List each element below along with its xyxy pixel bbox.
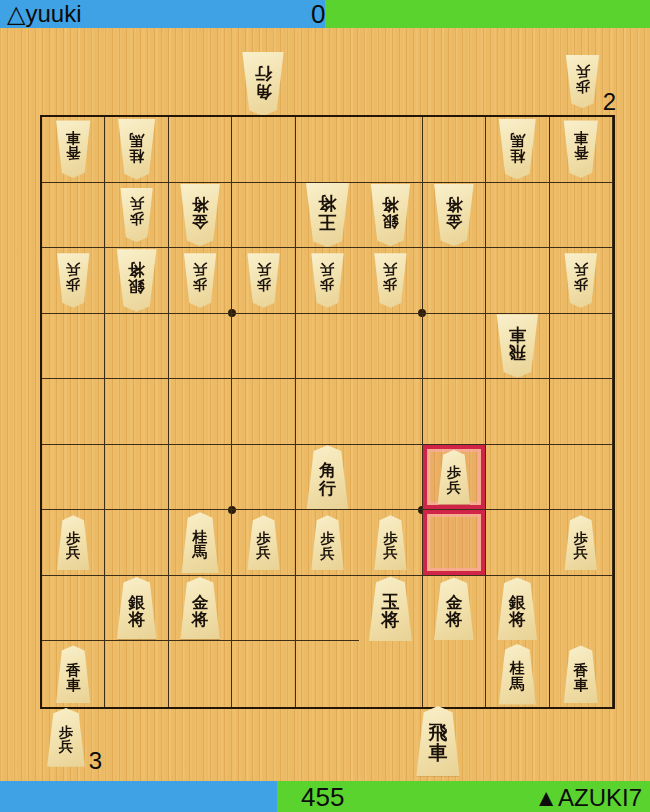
piece-kanji: 銀将 (382, 195, 399, 230)
piece-kanji: 桂馬 (510, 131, 525, 163)
square-2a[interactable]: 桂馬 (486, 117, 549, 183)
gote-king-piece[interactable]: 王将 (303, 183, 351, 248)
gote-pawn-piece[interactable]: 歩兵 (372, 253, 408, 308)
gote-pawn-piece[interactable]: 歩兵 (309, 253, 345, 308)
gote-pawn-piece[interactable]: 歩兵 (182, 253, 218, 308)
sente-rook-piece[interactable]: 飛車 (414, 706, 462, 776)
square-1b[interactable] (550, 183, 613, 249)
square-6h[interactable] (232, 576, 295, 642)
gote-bishop-piece[interactable]: 角行 (240, 52, 286, 116)
square-2f[interactable] (486, 445, 549, 511)
square-1f[interactable] (550, 445, 613, 511)
sente-info-bar: 455 ▲AZUKI7 (0, 781, 650, 812)
piece-kanji: 金将 (446, 195, 463, 230)
square-9h[interactable] (42, 576, 105, 642)
square-5h[interactable] (296, 576, 359, 642)
square-8i[interactable] (105, 641, 168, 707)
gote-pawn-piece[interactable]: 歩兵 (55, 253, 91, 308)
square-1h[interactable] (550, 576, 613, 642)
shogi-app: △yuuki 0 角行 歩兵2 香車桂馬桂馬香車歩兵金将王将銀将金将歩兵銀将歩兵… (0, 0, 650, 812)
square-4h[interactable]: 玉将 (359, 576, 422, 642)
piece-kanji: 歩兵 (320, 531, 334, 560)
gote-gold-piece[interactable]: 金将 (432, 184, 476, 247)
piece-kanji: 歩兵 (66, 263, 80, 292)
square-5c[interactable]: 歩兵 (296, 248, 359, 314)
piece-kanji: 飛車 (509, 325, 526, 361)
gote-silver-piece[interactable]: 銀将 (115, 249, 159, 312)
piece-kanji: 金将 (446, 594, 463, 629)
sente-silver-piece[interactable]: 銀将 (115, 577, 159, 640)
piece-kanji: 歩兵 (447, 465, 461, 494)
piece-kanji: 歩兵 (257, 263, 271, 292)
square-5g[interactable]: 歩兵 (296, 510, 359, 576)
square-4d[interactable] (359, 314, 422, 380)
gote-lance-piece[interactable]: 香車 (54, 120, 92, 178)
square-4e[interactable] (359, 379, 422, 445)
square-6i[interactable] (232, 641, 295, 707)
square-5d[interactable] (296, 314, 359, 380)
square-1i[interactable]: 香車 (550, 641, 613, 707)
square-7a[interactable] (169, 117, 232, 183)
square-3i[interactable] (423, 641, 486, 707)
piece-kanji: 飛車 (429, 723, 448, 763)
square-4a[interactable] (359, 117, 422, 183)
sente-hand-pawn[interactable]: 歩兵3 (45, 708, 87, 767)
square-7i[interactable] (169, 641, 232, 707)
sente-bishop-piece[interactable]: 角行 (304, 445, 350, 509)
gote-rook-piece[interactable]: 飛車 (494, 314, 540, 378)
square-9a[interactable]: 香車 (42, 117, 105, 183)
sente-pawn-piece[interactable]: 歩兵 (309, 515, 345, 570)
square-8h[interactable]: 銀将 (105, 576, 168, 642)
sente-lance-piece[interactable]: 香車 (54, 645, 92, 703)
gote-pawn-piece[interactable]: 歩兵 (246, 253, 282, 308)
piece-kanji: 歩兵 (66, 531, 80, 560)
piece-kanji: 銀将 (128, 594, 145, 629)
piece-kanji: 金将 (192, 594, 209, 629)
piece-kanji: 角行 (319, 462, 336, 498)
sente-pawn-piece[interactable]: 歩兵 (45, 708, 87, 767)
gote-pawn-piece[interactable]: 歩兵 (119, 188, 155, 243)
gote-timer: 0 (311, 0, 325, 28)
piece-kanji: 歩兵 (130, 197, 144, 226)
square-1c[interactable]: 歩兵 (550, 248, 613, 314)
sente-hand-rook[interactable]: 飛車 (414, 706, 462, 776)
square-8d[interactable] (105, 314, 168, 380)
piece-kanji: 桂馬 (193, 530, 208, 562)
square-6b[interactable] (232, 183, 295, 249)
sente-player-name: ▲AZUKI7 (534, 782, 642, 812)
gote-hand-pawn-count: 2 (603, 88, 616, 116)
square-3d[interactable] (423, 314, 486, 380)
sente-knight-piece[interactable]: 桂馬 (497, 644, 538, 705)
square-4b[interactable]: 銀将 (359, 183, 422, 249)
sente-pawn-piece[interactable]: 歩兵 (436, 450, 472, 505)
square-9f[interactable] (42, 445, 105, 511)
square-6g[interactable]: 歩兵 (232, 510, 295, 576)
piece-kanji: 金将 (192, 195, 209, 230)
gote-knight-piece[interactable]: 桂馬 (116, 119, 157, 180)
square-4f[interactable] (359, 445, 422, 511)
piece-kanji: 歩兵 (257, 531, 271, 560)
sente-knight-piece[interactable]: 桂馬 (180, 512, 221, 573)
square-8a[interactable]: 桂馬 (105, 117, 168, 183)
sente-gold-piece[interactable]: 金将 (178, 577, 222, 640)
square-3c[interactable] (423, 248, 486, 314)
piece-kanji: 香車 (574, 131, 589, 161)
sente-pawn-piece[interactable]: 歩兵 (55, 515, 91, 570)
square-5b[interactable]: 王将 (296, 183, 359, 249)
gote-gold-piece[interactable]: 金将 (178, 184, 222, 247)
square-1d[interactable] (550, 314, 613, 380)
square-3b[interactable]: 金将 (423, 183, 486, 249)
piece-kanji: 歩兵 (576, 65, 590, 94)
square-3g[interactable] (423, 510, 486, 576)
square-8f[interactable] (105, 445, 168, 511)
square-2g[interactable] (486, 510, 549, 576)
square-7f[interactable] (169, 445, 232, 511)
sente-time-bar-blue (0, 781, 277, 812)
square-6f[interactable] (232, 445, 295, 511)
gote-player-name: △yuuki (7, 0, 81, 28)
square-2b[interactable] (486, 183, 549, 249)
gote-knight-piece[interactable]: 桂馬 (497, 119, 538, 180)
square-4c[interactable]: 歩兵 (359, 248, 422, 314)
square-3f[interactable]: 歩兵 (423, 445, 486, 511)
square-1e[interactable] (550, 379, 613, 445)
piece-kanji: 角行 (255, 64, 272, 100)
piece-kanji: 香車 (66, 131, 81, 161)
square-4g[interactable]: 歩兵 (359, 510, 422, 576)
square-2e[interactable] (486, 379, 549, 445)
square-3h[interactable]: 金将 (423, 576, 486, 642)
gote-pawn-piece[interactable]: 歩兵 (563, 253, 599, 308)
piece-kanji: 桂馬 (510, 661, 525, 693)
piece-kanji: 桂馬 (129, 131, 144, 163)
square-8g[interactable] (105, 510, 168, 576)
square-3a[interactable] (423, 117, 486, 183)
square-6a[interactable] (232, 117, 295, 183)
sente-pawn-piece[interactable]: 歩兵 (372, 515, 408, 570)
square-8e[interactable] (105, 379, 168, 445)
gote-hand-pawn[interactable]: 歩兵2 (564, 55, 601, 108)
square-7b[interactable]: 金将 (169, 183, 232, 249)
square-8b[interactable]: 歩兵 (105, 183, 168, 249)
square-9b[interactable] (42, 183, 105, 249)
square-5a[interactable] (296, 117, 359, 183)
gote-silver-piece[interactable]: 銀将 (368, 184, 412, 247)
square-9c[interactable]: 歩兵 (42, 248, 105, 314)
square-4i[interactable] (359, 641, 422, 707)
sente-lance-piece[interactable]: 香車 (562, 645, 600, 703)
sente-timer: 455 (301, 782, 344, 812)
sente-gold-piece[interactable]: 金将 (432, 577, 476, 640)
square-5i[interactable] (296, 641, 359, 707)
square-5f[interactable]: 角行 (296, 445, 359, 511)
piece-kanji: 香車 (66, 662, 81, 692)
square-7d[interactable] (169, 314, 232, 380)
square-2c[interactable] (486, 248, 549, 314)
square-6e[interactable] (232, 379, 295, 445)
piece-kanji: 歩兵 (193, 263, 207, 292)
square-2i[interactable]: 桂馬 (486, 641, 549, 707)
piece-kanji: 王将 (318, 193, 336, 231)
piece-kanji: 歩兵 (383, 531, 397, 560)
square-7e[interactable] (169, 379, 232, 445)
piece-kanji: 歩兵 (383, 263, 397, 292)
sente-hand-pawn-count: 3 (89, 747, 102, 775)
gote-info-bar: △yuuki 0 (0, 0, 650, 28)
square-8c[interactable]: 銀将 (105, 248, 168, 314)
piece-kanji: 玉将 (381, 593, 399, 631)
square-7c[interactable]: 歩兵 (169, 248, 232, 314)
square-5e[interactable] (296, 379, 359, 445)
square-7g[interactable]: 桂馬 (169, 510, 232, 576)
sente-king-piece[interactable]: 玉将 (366, 576, 414, 641)
piece-kanji: 銀将 (128, 260, 145, 295)
piece-kanji: 歩兵 (574, 531, 588, 560)
piece-kanji: 銀将 (509, 594, 526, 629)
piece-kanji: 歩兵 (320, 263, 334, 292)
square-9d[interactable] (42, 314, 105, 380)
piece-kanji: 香車 (574, 662, 589, 692)
square-1a[interactable]: 香車 (550, 117, 613, 183)
square-2h[interactable]: 銀将 (486, 576, 549, 642)
sente-pawn-piece[interactable]: 歩兵 (563, 515, 599, 570)
square-9g[interactable]: 歩兵 (42, 510, 105, 576)
gote-pawn-piece[interactable]: 歩兵 (564, 55, 601, 108)
sente-pawn-piece[interactable]: 歩兵 (246, 515, 282, 570)
sente-silver-piece[interactable]: 銀将 (495, 577, 539, 640)
square-3e[interactable] (423, 379, 486, 445)
piece-kanji: 歩兵 (574, 263, 588, 292)
square-9e[interactable] (42, 379, 105, 445)
square-7h[interactable]: 金将 (169, 576, 232, 642)
square-2d[interactable]: 飛車 (486, 314, 549, 380)
square-6c[interactable]: 歩兵 (232, 248, 295, 314)
piece-kanji: 歩兵 (59, 725, 73, 754)
gote-time-bar-green (325, 0, 650, 28)
square-1g[interactable]: 歩兵 (550, 510, 613, 576)
square-9i[interactable]: 香車 (42, 641, 105, 707)
square-6d[interactable] (232, 314, 295, 380)
gote-lance-piece[interactable]: 香車 (562, 120, 600, 178)
board: 香車桂馬桂馬香車歩兵金将王将銀将金将歩兵銀将歩兵歩兵歩兵歩兵歩兵飛車角行歩兵歩兵… (40, 115, 615, 709)
gote-hand-bishop[interactable]: 角行 (240, 52, 286, 116)
